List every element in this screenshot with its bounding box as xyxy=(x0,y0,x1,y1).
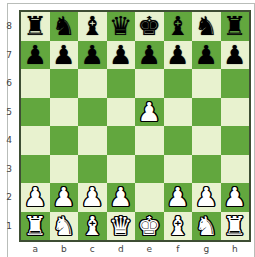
black-pawn[interactable]: ♟ xyxy=(24,42,47,68)
square-e5[interactable]: ♟ xyxy=(135,98,164,127)
square-a1[interactable]: ♜ xyxy=(21,212,50,241)
black-pawn[interactable]: ♟ xyxy=(52,42,75,68)
black-rook[interactable]: ♜ xyxy=(24,13,47,39)
square-d3[interactable] xyxy=(107,155,136,184)
square-c1[interactable]: ♝ xyxy=(78,212,107,241)
square-h8[interactable]: ♜ xyxy=(221,12,250,41)
square-f8[interactable]: ♝ xyxy=(164,12,193,41)
square-a6[interactable] xyxy=(21,69,50,98)
rank-label-6: 6 xyxy=(0,69,18,98)
square-a7[interactable]: ♟ xyxy=(21,41,50,70)
chess-board[interactable]: ♜♞♝♛♚♝♞♜♟♟♟♟♟♟♟♟♟♟♟♟♟♟♟♟♜♞♝♛♚♝♞♜ xyxy=(19,10,251,242)
square-f3[interactable] xyxy=(164,155,193,184)
black-queen[interactable]: ♛ xyxy=(109,13,132,39)
square-f6[interactable] xyxy=(164,69,193,98)
rank-label-1: 1 xyxy=(0,212,18,241)
square-b7[interactable]: ♟ xyxy=(50,41,79,70)
rank-label-2: 2 xyxy=(0,183,18,212)
square-d6[interactable] xyxy=(107,69,136,98)
rank-label-8: 8 xyxy=(0,12,18,41)
square-h4[interactable] xyxy=(221,126,250,155)
square-h7[interactable]: ♟ xyxy=(221,41,250,70)
white-rook[interactable]: ♜ xyxy=(24,213,47,239)
file-labels: abcdefgh xyxy=(21,244,249,255)
white-pawn[interactable]: ♟ xyxy=(81,184,104,210)
square-h6[interactable] xyxy=(221,69,250,98)
white-pawn[interactable]: ♟ xyxy=(52,184,75,210)
square-b5[interactable] xyxy=(50,98,79,127)
square-h2[interactable]: ♟ xyxy=(221,183,250,212)
white-knight[interactable]: ♞ xyxy=(52,213,75,239)
square-e3[interactable] xyxy=(135,155,164,184)
black-pawn[interactable]: ♟ xyxy=(195,42,218,68)
square-a5[interactable] xyxy=(21,98,50,127)
black-bishop[interactable]: ♝ xyxy=(81,13,104,39)
square-e7[interactable]: ♟ xyxy=(135,41,164,70)
black-knight[interactable]: ♞ xyxy=(195,13,218,39)
square-a3[interactable] xyxy=(21,155,50,184)
square-g8[interactable]: ♞ xyxy=(192,12,221,41)
white-knight[interactable]: ♞ xyxy=(195,213,218,239)
white-pawn[interactable]: ♟ xyxy=(223,184,246,210)
square-g1[interactable]: ♞ xyxy=(192,212,221,241)
square-c5[interactable] xyxy=(78,98,107,127)
white-pawn[interactable]: ♟ xyxy=(195,184,218,210)
file-label-d: d xyxy=(107,244,136,255)
file-label-e: e xyxy=(135,244,164,255)
square-d2[interactable]: ♟ xyxy=(107,183,136,212)
square-b2[interactable]: ♟ xyxy=(50,183,79,212)
black-pawn[interactable]: ♟ xyxy=(166,42,189,68)
rank-label-5: 5 xyxy=(0,98,18,127)
square-g6[interactable] xyxy=(192,69,221,98)
square-d8[interactable]: ♛ xyxy=(107,12,136,41)
square-f2[interactable]: ♟ xyxy=(164,183,193,212)
square-f5[interactable] xyxy=(164,98,193,127)
black-pawn[interactable]: ♟ xyxy=(138,42,161,68)
square-g5[interactable] xyxy=(192,98,221,127)
file-label-a: a xyxy=(21,244,50,255)
white-rook[interactable]: ♜ xyxy=(223,213,246,239)
square-d4[interactable] xyxy=(107,126,136,155)
file-label-h: h xyxy=(221,244,250,255)
white-pawn[interactable]: ♟ xyxy=(166,184,189,210)
square-b1[interactable]: ♞ xyxy=(50,212,79,241)
file-label-b: b xyxy=(50,244,79,255)
black-king[interactable]: ♚ xyxy=(138,13,161,39)
square-c6[interactable] xyxy=(78,69,107,98)
black-pawn[interactable]: ♟ xyxy=(81,42,104,68)
rank-label-7: 7 xyxy=(0,41,18,70)
white-queen[interactable]: ♛ xyxy=(109,213,132,239)
black-knight[interactable]: ♞ xyxy=(52,13,75,39)
rank-label-3: 3 xyxy=(0,155,18,184)
square-b6[interactable] xyxy=(50,69,79,98)
file-label-f: f xyxy=(164,244,193,255)
square-d1[interactable]: ♛ xyxy=(107,212,136,241)
chess-app-window: 87654321 ♜♞♝♛♚♝♞♜♟♟♟♟♟♟♟♟♟♟♟♟♟♟♟♟♜♞♝♛♚♝♞… xyxy=(0,0,255,257)
square-g3[interactable] xyxy=(192,155,221,184)
rank-label-4: 4 xyxy=(0,126,18,155)
square-f4[interactable] xyxy=(164,126,193,155)
square-g7[interactable]: ♟ xyxy=(192,41,221,70)
square-e6[interactable] xyxy=(135,69,164,98)
square-b4[interactable] xyxy=(50,126,79,155)
square-c7[interactable]: ♟ xyxy=(78,41,107,70)
file-label-c: c xyxy=(78,244,107,255)
square-e8[interactable]: ♚ xyxy=(135,12,164,41)
square-b3[interactable] xyxy=(50,155,79,184)
square-g4[interactable] xyxy=(192,126,221,155)
black-rook[interactable]: ♜ xyxy=(223,13,246,39)
square-e1[interactable]: ♚ xyxy=(135,212,164,241)
white-king[interactable]: ♚ xyxy=(138,213,161,239)
file-label-g: g xyxy=(192,244,221,255)
black-pawn[interactable]: ♟ xyxy=(223,42,246,68)
square-a2[interactable]: ♟ xyxy=(21,183,50,212)
white-bishop[interactable]: ♝ xyxy=(81,213,104,239)
white-pawn[interactable]: ♟ xyxy=(24,184,47,210)
square-h1[interactable]: ♜ xyxy=(221,212,250,241)
square-e2[interactable] xyxy=(135,183,164,212)
square-f1[interactable]: ♝ xyxy=(164,212,193,241)
square-g2[interactable]: ♟ xyxy=(192,183,221,212)
square-h3[interactable] xyxy=(221,155,250,184)
square-c3[interactable] xyxy=(78,155,107,184)
square-b8[interactable]: ♞ xyxy=(50,12,79,41)
square-d7[interactable]: ♟ xyxy=(107,41,136,70)
white-pawn[interactable]: ♟ xyxy=(138,99,161,125)
square-a4[interactable] xyxy=(21,126,50,155)
square-e4[interactable] xyxy=(135,126,164,155)
square-c8[interactable]: ♝ xyxy=(78,12,107,41)
square-f7[interactable]: ♟ xyxy=(164,41,193,70)
square-d5[interactable] xyxy=(107,98,136,127)
square-c4[interactable] xyxy=(78,126,107,155)
white-pawn[interactable]: ♟ xyxy=(109,184,132,210)
black-pawn[interactable]: ♟ xyxy=(109,42,132,68)
square-c2[interactable]: ♟ xyxy=(78,183,107,212)
square-a8[interactable]: ♜ xyxy=(21,12,50,41)
square-h5[interactable] xyxy=(221,98,250,127)
black-bishop[interactable]: ♝ xyxy=(166,13,189,39)
white-bishop[interactable]: ♝ xyxy=(166,213,189,239)
